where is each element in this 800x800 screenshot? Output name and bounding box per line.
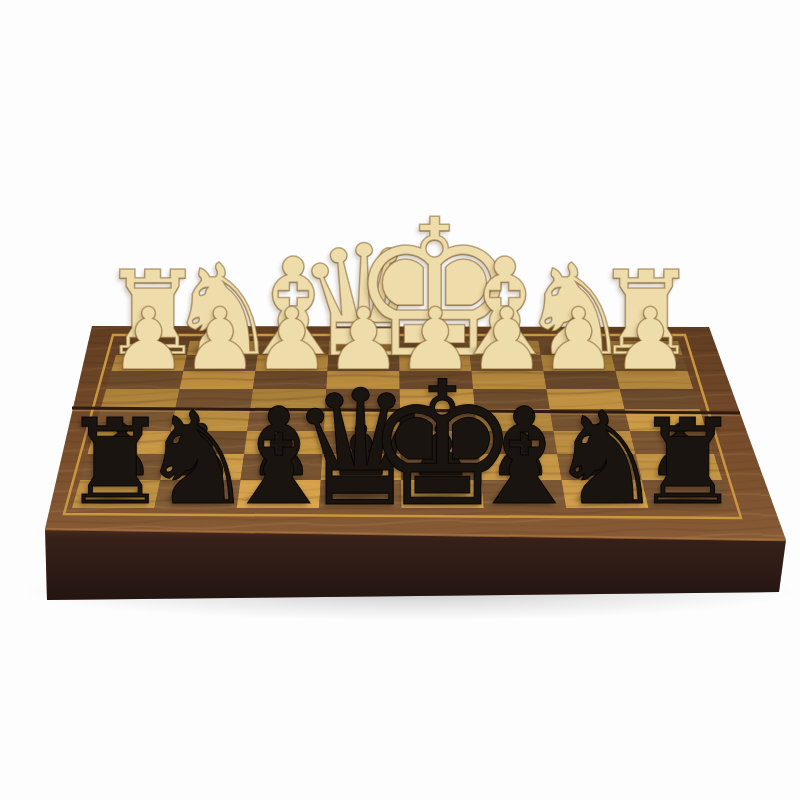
piece-white-pawn[interactable]: ♟ xyxy=(182,296,259,382)
piece-white-pawn[interactable]: ♟ xyxy=(612,296,689,382)
piece-black-rook[interactable]: ♜ xyxy=(635,403,741,521)
piece-white-pawn[interactable]: ♟ xyxy=(110,296,187,382)
product-photo-stage: ♜♞♝♛♚♝♞♜♟♟♟♟♟♟♟♟♟♟♟♟♟♟♟♟♜♞♝♛♚♝♞♜ xyxy=(0,0,800,800)
piece-white-pawn[interactable]: ♟ xyxy=(540,296,617,382)
